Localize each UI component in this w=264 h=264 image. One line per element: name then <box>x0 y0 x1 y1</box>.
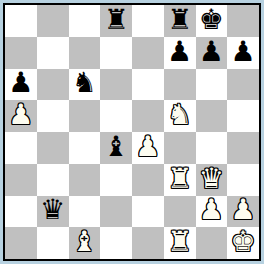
white-queen: ♛ <box>199 165 224 193</box>
square-a6[interactable]: ♟ <box>5 69 37 101</box>
chess-board: ♜♜♚♟♟♟♟♞♟♞♝♟♜♛♛♟♟♝♜♚ <box>5 5 259 259</box>
square-g2[interactable]: ♟ <box>196 196 228 228</box>
square-e7[interactable] <box>132 37 164 69</box>
square-c2[interactable] <box>69 196 101 228</box>
white-rook: ♜ <box>167 228 192 256</box>
square-e1[interactable] <box>132 227 164 259</box>
square-b8[interactable] <box>37 5 69 37</box>
square-b2[interactable]: ♛ <box>37 196 69 228</box>
square-g7[interactable]: ♟ <box>196 37 228 69</box>
white-knight: ♞ <box>167 101 192 129</box>
square-c1[interactable]: ♝ <box>69 227 101 259</box>
square-d7[interactable] <box>100 37 132 69</box>
square-d1[interactable] <box>100 227 132 259</box>
square-a4[interactable] <box>5 132 37 164</box>
black-rook: ♜ <box>167 6 192 34</box>
square-c6[interactable]: ♞ <box>69 69 101 101</box>
square-a2[interactable] <box>5 196 37 228</box>
square-b3[interactable] <box>37 164 69 196</box>
square-f4[interactable] <box>164 132 196 164</box>
square-f1[interactable]: ♜ <box>164 227 196 259</box>
black-pawn: ♟ <box>199 38 224 66</box>
black-rook: ♜ <box>104 6 129 34</box>
chess-diagram: ♜♜♚♟♟♟♟♞♟♞♝♟♜♛♛♟♟♝♜♚ <box>0 0 264 264</box>
black-knight: ♞ <box>72 69 97 97</box>
white-pawn: ♟ <box>8 101 33 129</box>
square-a3[interactable] <box>5 164 37 196</box>
square-d8[interactable]: ♜ <box>100 5 132 37</box>
square-a1[interactable] <box>5 227 37 259</box>
square-c8[interactable] <box>69 5 101 37</box>
square-h6[interactable] <box>227 69 259 101</box>
white-pawn: ♟ <box>199 196 224 224</box>
square-h1[interactable]: ♚ <box>227 227 259 259</box>
square-g4[interactable] <box>196 132 228 164</box>
white-king: ♚ <box>231 228 256 256</box>
square-g3[interactable]: ♛ <box>196 164 228 196</box>
square-d6[interactable] <box>100 69 132 101</box>
square-c4[interactable] <box>69 132 101 164</box>
square-d5[interactable] <box>100 100 132 132</box>
square-c3[interactable] <box>69 164 101 196</box>
square-g1[interactable] <box>196 227 228 259</box>
black-pawn: ♟ <box>231 38 256 66</box>
square-b6[interactable] <box>37 69 69 101</box>
square-a8[interactable] <box>5 5 37 37</box>
square-b1[interactable] <box>37 227 69 259</box>
square-f8[interactable]: ♜ <box>164 5 196 37</box>
square-b7[interactable] <box>37 37 69 69</box>
square-g8[interactable]: ♚ <box>196 5 228 37</box>
square-b4[interactable] <box>37 132 69 164</box>
square-h3[interactable] <box>227 164 259 196</box>
square-c7[interactable] <box>69 37 101 69</box>
square-h4[interactable] <box>227 132 259 164</box>
square-e5[interactable] <box>132 100 164 132</box>
square-c5[interactable] <box>69 100 101 132</box>
square-h7[interactable]: ♟ <box>227 37 259 69</box>
square-f5[interactable]: ♞ <box>164 100 196 132</box>
square-e6[interactable] <box>132 69 164 101</box>
square-e3[interactable] <box>132 164 164 196</box>
square-d4[interactable]: ♝ <box>100 132 132 164</box>
square-f6[interactable] <box>164 69 196 101</box>
white-rook: ♜ <box>167 165 192 193</box>
square-e2[interactable] <box>132 196 164 228</box>
square-h2[interactable]: ♟ <box>227 196 259 228</box>
square-g6[interactable] <box>196 69 228 101</box>
square-h5[interactable] <box>227 100 259 132</box>
square-f3[interactable]: ♜ <box>164 164 196 196</box>
square-a7[interactable] <box>5 37 37 69</box>
black-bishop: ♝ <box>104 133 129 161</box>
square-f2[interactable] <box>164 196 196 228</box>
white-bishop: ♝ <box>72 228 97 256</box>
board-frame: ♜♜♚♟♟♟♟♞♟♞♝♟♜♛♛♟♟♝♜♚ <box>3 3 261 261</box>
black-pawn: ♟ <box>8 69 33 97</box>
square-b5[interactable] <box>37 100 69 132</box>
black-queen: ♛ <box>40 196 65 224</box>
square-e4[interactable]: ♟ <box>132 132 164 164</box>
white-pawn: ♟ <box>135 133 160 161</box>
black-king: ♚ <box>199 6 224 34</box>
white-pawn: ♟ <box>231 196 256 224</box>
square-h8[interactable] <box>227 5 259 37</box>
square-a5[interactable]: ♟ <box>5 100 37 132</box>
black-pawn: ♟ <box>167 38 192 66</box>
square-d3[interactable] <box>100 164 132 196</box>
square-d2[interactable] <box>100 196 132 228</box>
square-g5[interactable] <box>196 100 228 132</box>
square-e8[interactable] <box>132 5 164 37</box>
square-f7[interactable]: ♟ <box>164 37 196 69</box>
